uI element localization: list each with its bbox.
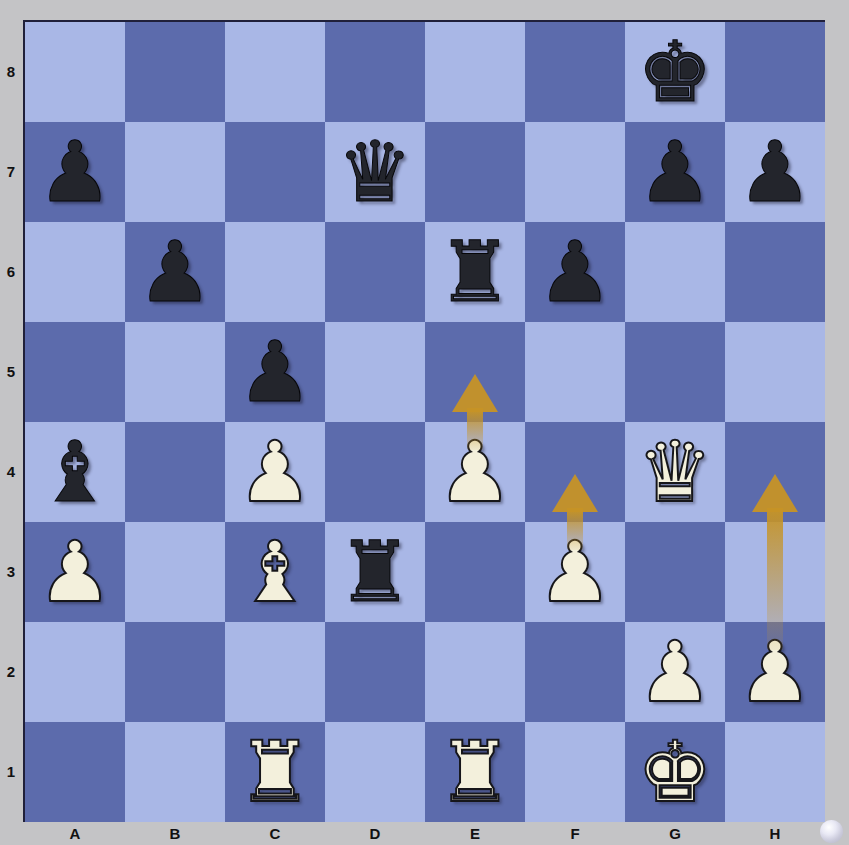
square-a2[interactable]: [25, 622, 125, 722]
square-d7[interactable]: ♛: [325, 122, 425, 222]
square-e4[interactable]: ♟: [425, 422, 525, 522]
square-h7[interactable]: ♟: [725, 122, 825, 222]
chess-diagram: 87654321 ABCDEFGH ♚♟♛♟♟♟♜♟♟♝♟♟♛♟♝♜♟♟♟♜♜♚: [0, 0, 849, 845]
square-g3[interactable]: [625, 522, 725, 622]
square-c8[interactable]: [225, 22, 325, 122]
square-e2[interactable]: [425, 622, 525, 722]
square-a6[interactable]: [25, 222, 125, 322]
square-a3[interactable]: ♟: [25, 522, 125, 622]
square-b4[interactable]: [125, 422, 225, 522]
square-c7[interactable]: [225, 122, 325, 222]
square-c5[interactable]: ♟: [225, 322, 325, 422]
piece-black-rook[interactable]: ♜: [425, 222, 525, 322]
file-label-a: A: [25, 821, 125, 845]
square-b7[interactable]: [125, 122, 225, 222]
piece-white-pawn[interactable]: ♟: [425, 422, 525, 522]
square-h4[interactable]: [725, 422, 825, 522]
piece-black-pawn[interactable]: ♟: [25, 122, 125, 222]
piece-white-rook[interactable]: ♜: [425, 722, 525, 822]
square-e8[interactable]: [425, 22, 525, 122]
piece-white-pawn[interactable]: ♟: [225, 422, 325, 522]
rank-label-4: 4: [0, 421, 22, 521]
piece-black-pawn[interactable]: ♟: [725, 122, 825, 222]
rank-label-2: 2: [0, 621, 22, 721]
file-label-b: B: [125, 821, 225, 845]
piece-white-king[interactable]: ♚: [625, 722, 725, 822]
file-label-f: F: [525, 821, 625, 845]
square-d4[interactable]: [325, 422, 425, 522]
file-label-d: D: [325, 821, 425, 845]
square-f2[interactable]: [525, 622, 625, 722]
rank-label-6: 6: [0, 221, 22, 321]
piece-black-bishop[interactable]: ♝: [25, 422, 125, 522]
square-e1[interactable]: ♜: [425, 722, 525, 822]
piece-white-rook[interactable]: ♜: [225, 722, 325, 822]
piece-black-pawn[interactable]: ♟: [525, 222, 625, 322]
square-f1[interactable]: [525, 722, 625, 822]
square-a8[interactable]: [25, 22, 125, 122]
file-label-c: C: [225, 821, 325, 845]
square-g6[interactable]: [625, 222, 725, 322]
square-c2[interactable]: [225, 622, 325, 722]
square-a1[interactable]: [25, 722, 125, 822]
square-d5[interactable]: [325, 322, 425, 422]
rank-label-8: 8: [0, 21, 22, 121]
piece-black-pawn[interactable]: ♟: [125, 222, 225, 322]
piece-white-bishop[interactable]: ♝: [225, 522, 325, 622]
piece-white-pawn[interactable]: ♟: [25, 522, 125, 622]
square-b1[interactable]: [125, 722, 225, 822]
square-a5[interactable]: [25, 322, 125, 422]
rank-label-5: 5: [0, 321, 22, 421]
square-f6[interactable]: ♟: [525, 222, 625, 322]
square-h8[interactable]: [725, 22, 825, 122]
square-g8[interactable]: ♚: [625, 22, 725, 122]
square-e7[interactable]: [425, 122, 525, 222]
square-g5[interactable]: [625, 322, 725, 422]
square-e3[interactable]: [425, 522, 525, 622]
square-a7[interactable]: ♟: [25, 122, 125, 222]
square-d1[interactable]: [325, 722, 425, 822]
file-label-h: H: [725, 821, 825, 845]
square-b8[interactable]: [125, 22, 225, 122]
chess-board: ♚♟♛♟♟♟♜♟♟♝♟♟♛♟♝♜♟♟♟♜♜♚: [23, 20, 825, 822]
square-c3[interactable]: ♝: [225, 522, 325, 622]
square-b5[interactable]: [125, 322, 225, 422]
square-h5[interactable]: [725, 322, 825, 422]
square-c4[interactable]: ♟: [225, 422, 325, 522]
square-h6[interactable]: [725, 222, 825, 322]
rank-label-7: 7: [0, 121, 22, 221]
square-f3[interactable]: ♟: [525, 522, 625, 622]
piece-black-queen[interactable]: ♛: [325, 122, 425, 222]
square-g1[interactable]: ♚: [625, 722, 725, 822]
square-e6[interactable]: ♜: [425, 222, 525, 322]
file-label-e: E: [425, 821, 525, 845]
piece-white-pawn[interactable]: ♟: [725, 622, 825, 722]
piece-black-king[interactable]: ♚: [625, 22, 725, 122]
square-d3[interactable]: ♜: [325, 522, 425, 622]
piece-white-queen[interactable]: ♛: [625, 422, 725, 522]
piece-white-pawn[interactable]: ♟: [525, 522, 625, 622]
piece-black-pawn[interactable]: ♟: [625, 122, 725, 222]
rank-label-3: 3: [0, 521, 22, 621]
square-c1[interactable]: ♜: [225, 722, 325, 822]
square-h1[interactable]: [725, 722, 825, 822]
piece-black-rook[interactable]: ♜: [325, 522, 425, 622]
square-b6[interactable]: ♟: [125, 222, 225, 322]
square-g7[interactable]: ♟: [625, 122, 725, 222]
square-f7[interactable]: [525, 122, 625, 222]
square-b2[interactable]: [125, 622, 225, 722]
square-g2[interactable]: ♟: [625, 622, 725, 722]
square-h2[interactable]: ♟: [725, 622, 825, 722]
square-a4[interactable]: ♝: [25, 422, 125, 522]
rank-label-1: 1: [0, 721, 22, 821]
square-d2[interactable]: [325, 622, 425, 722]
piece-white-pawn[interactable]: ♟: [625, 622, 725, 722]
square-e5[interactable]: [425, 322, 525, 422]
square-f4[interactable]: [525, 422, 625, 522]
square-g4[interactable]: ♛: [625, 422, 725, 522]
square-d6[interactable]: [325, 222, 425, 322]
piece-black-pawn[interactable]: ♟: [225, 322, 325, 422]
square-h3[interactable]: [725, 522, 825, 622]
file-label-g: G: [625, 821, 725, 845]
square-c6[interactable]: [225, 222, 325, 322]
square-f8[interactable]: [525, 22, 625, 122]
board-grid: ♚♟♛♟♟♟♜♟♟♝♟♟♛♟♝♜♟♟♟♜♜♚: [25, 22, 825, 822]
square-b3[interactable]: [125, 522, 225, 622]
sphere-decoration-icon: [820, 820, 843, 843]
square-d8[interactable]: [325, 22, 425, 122]
square-f5[interactable]: [525, 322, 625, 422]
